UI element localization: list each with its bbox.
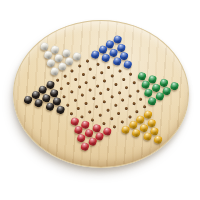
board-hole[interactable] bbox=[102, 122, 106, 126]
board-cell bbox=[130, 100, 137, 108]
board-cell bbox=[116, 88, 123, 96]
board-cell bbox=[116, 67, 123, 75]
board-hole[interactable] bbox=[70, 90, 74, 94]
board-cell bbox=[90, 95, 97, 103]
board-hole[interactable] bbox=[86, 59, 90, 63]
board-hole[interactable] bbox=[132, 81, 136, 85]
board-hole[interactable] bbox=[121, 99, 125, 103]
board-cell bbox=[115, 110, 122, 118]
board-cell bbox=[143, 133, 150, 141]
board-cell bbox=[73, 53, 80, 61]
board-cell bbox=[65, 58, 72, 66]
board-cell bbox=[54, 77, 61, 85]
board-hole[interactable] bbox=[129, 72, 133, 76]
peg-green[interactable] bbox=[170, 81, 180, 91]
board-hole[interactable] bbox=[71, 69, 75, 73]
peg-blue[interactable] bbox=[112, 57, 122, 67]
board-hole[interactable] bbox=[96, 62, 100, 66]
board-cell bbox=[75, 105, 82, 113]
board-cell bbox=[72, 75, 79, 83]
board-cell bbox=[156, 93, 163, 101]
board-cell bbox=[119, 96, 126, 104]
board-hole[interactable] bbox=[78, 64, 82, 68]
board-cell bbox=[79, 92, 86, 100]
board-hole[interactable] bbox=[63, 74, 67, 78]
board-hole[interactable] bbox=[74, 77, 78, 81]
board-hole[interactable] bbox=[98, 114, 102, 118]
board-hole[interactable] bbox=[135, 110, 139, 114]
board-cell bbox=[80, 70, 87, 78]
board-hole[interactable] bbox=[106, 109, 110, 113]
board-cell bbox=[95, 60, 102, 68]
board-hole[interactable] bbox=[113, 104, 117, 108]
board-cell bbox=[96, 133, 103, 141]
board-cell bbox=[86, 87, 93, 95]
wooden-board bbox=[13, 20, 189, 168]
board-hole[interactable] bbox=[113, 125, 117, 129]
board-cell bbox=[58, 63, 65, 71]
board-hole[interactable] bbox=[59, 87, 63, 91]
board-cell bbox=[105, 85, 112, 93]
board-cell bbox=[101, 77, 108, 85]
board-cell bbox=[133, 130, 140, 138]
board-hole[interactable] bbox=[96, 84, 100, 88]
board-hole[interactable] bbox=[66, 104, 70, 108]
board-cell bbox=[120, 75, 127, 83]
board-hole[interactable] bbox=[91, 119, 95, 123]
board-hole[interactable] bbox=[92, 76, 96, 80]
board-cell bbox=[134, 87, 141, 95]
board-hole[interactable] bbox=[100, 71, 104, 75]
board-hole[interactable] bbox=[62, 95, 66, 99]
board-cell bbox=[94, 82, 101, 90]
board-hole[interactable] bbox=[139, 97, 143, 101]
board-cell bbox=[91, 52, 98, 60]
board-cell bbox=[57, 85, 64, 93]
board-cell bbox=[81, 143, 88, 151]
board-cell bbox=[76, 83, 83, 91]
board-cell bbox=[102, 55, 109, 63]
board-cell bbox=[163, 88, 170, 96]
board-cell bbox=[61, 93, 68, 101]
board-hole[interactable] bbox=[84, 102, 88, 106]
board-cell bbox=[50, 68, 57, 76]
board-cell bbox=[101, 98, 108, 106]
board-hole[interactable] bbox=[128, 115, 132, 119]
board-hole[interactable] bbox=[92, 97, 96, 101]
board-cell bbox=[87, 65, 94, 73]
board-cell bbox=[171, 83, 178, 91]
board-hole[interactable] bbox=[88, 89, 92, 93]
board-hole[interactable] bbox=[81, 72, 85, 76]
board-hole[interactable] bbox=[73, 99, 77, 103]
board-cell bbox=[148, 98, 155, 106]
board-cell bbox=[83, 78, 90, 86]
board-hole[interactable] bbox=[95, 105, 99, 109]
board-cell bbox=[57, 106, 64, 114]
board-hole[interactable] bbox=[107, 66, 111, 70]
board-hole[interactable] bbox=[56, 79, 60, 83]
board-hole[interactable] bbox=[77, 107, 81, 111]
board-cell bbox=[65, 80, 72, 88]
board-hole[interactable] bbox=[107, 87, 111, 91]
board-hole[interactable] bbox=[114, 82, 118, 86]
board-hole[interactable] bbox=[85, 80, 89, 84]
board-cell bbox=[84, 57, 91, 65]
board-cell bbox=[76, 62, 83, 70]
board-cell bbox=[111, 123, 118, 131]
board-hole[interactable] bbox=[109, 117, 113, 121]
photo-background bbox=[0, 0, 200, 200]
board-hole[interactable] bbox=[77, 85, 81, 89]
board-cell bbox=[123, 83, 130, 91]
board-cell bbox=[107, 115, 114, 123]
board-cell bbox=[88, 138, 95, 146]
board-hole[interactable] bbox=[110, 95, 114, 99]
board-cell bbox=[35, 100, 42, 108]
board-cell bbox=[61, 72, 68, 80]
board-cell bbox=[93, 103, 100, 111]
board-hole[interactable] bbox=[67, 82, 71, 86]
board-cell bbox=[154, 136, 161, 144]
peg-blue[interactable] bbox=[90, 50, 100, 60]
board-hole[interactable] bbox=[69, 112, 73, 116]
board-cell bbox=[113, 58, 120, 66]
board-hole[interactable] bbox=[136, 89, 140, 93]
board-cell bbox=[97, 111, 104, 119]
board-hole[interactable] bbox=[120, 120, 124, 124]
board-hole[interactable] bbox=[118, 69, 122, 73]
peg-grid bbox=[16, 17, 186, 171]
board-cell bbox=[131, 78, 138, 86]
board-hole[interactable] bbox=[132, 102, 136, 106]
board-cell bbox=[64, 101, 71, 109]
board-cell bbox=[122, 105, 129, 113]
board-hole[interactable] bbox=[125, 85, 129, 89]
board-hole[interactable] bbox=[124, 107, 128, 111]
board-cell bbox=[71, 96, 78, 104]
board-cell bbox=[90, 73, 97, 81]
board-cell bbox=[122, 126, 129, 134]
board-cell bbox=[112, 80, 119, 88]
board-cell bbox=[124, 62, 131, 70]
board-hole[interactable] bbox=[81, 94, 85, 98]
board-hole[interactable] bbox=[143, 105, 147, 109]
board-cell bbox=[109, 72, 116, 80]
board-cell bbox=[105, 63, 112, 71]
board-hole[interactable] bbox=[89, 67, 93, 71]
board-hole[interactable] bbox=[103, 79, 107, 83]
board-hole[interactable] bbox=[128, 94, 132, 98]
board-cell bbox=[103, 128, 110, 136]
board-cell bbox=[104, 106, 111, 114]
board-hole[interactable] bbox=[117, 112, 121, 116]
board-cell bbox=[98, 68, 105, 76]
peg-blue[interactable] bbox=[123, 60, 133, 70]
board-cell bbox=[69, 67, 76, 75]
board-cell bbox=[82, 100, 89, 108]
board-hole[interactable] bbox=[122, 77, 126, 81]
board-hole[interactable] bbox=[80, 115, 84, 119]
board-hole[interactable] bbox=[88, 110, 92, 114]
board-cell bbox=[68, 88, 75, 96]
board-cell bbox=[126, 92, 133, 100]
board-hole[interactable] bbox=[99, 92, 103, 96]
board-cell bbox=[127, 70, 134, 78]
board-cell bbox=[86, 108, 93, 116]
board-cell bbox=[46, 103, 53, 111]
board-hole[interactable] bbox=[117, 90, 121, 94]
board-cell bbox=[97, 90, 104, 98]
board-cell bbox=[137, 95, 144, 103]
board-hole[interactable] bbox=[103, 100, 107, 104]
board-cell bbox=[24, 96, 31, 104]
peg-yellow[interactable] bbox=[153, 135, 163, 145]
board-cell bbox=[108, 93, 115, 101]
board-hole[interactable] bbox=[111, 74, 115, 78]
board-cell bbox=[112, 101, 119, 109]
